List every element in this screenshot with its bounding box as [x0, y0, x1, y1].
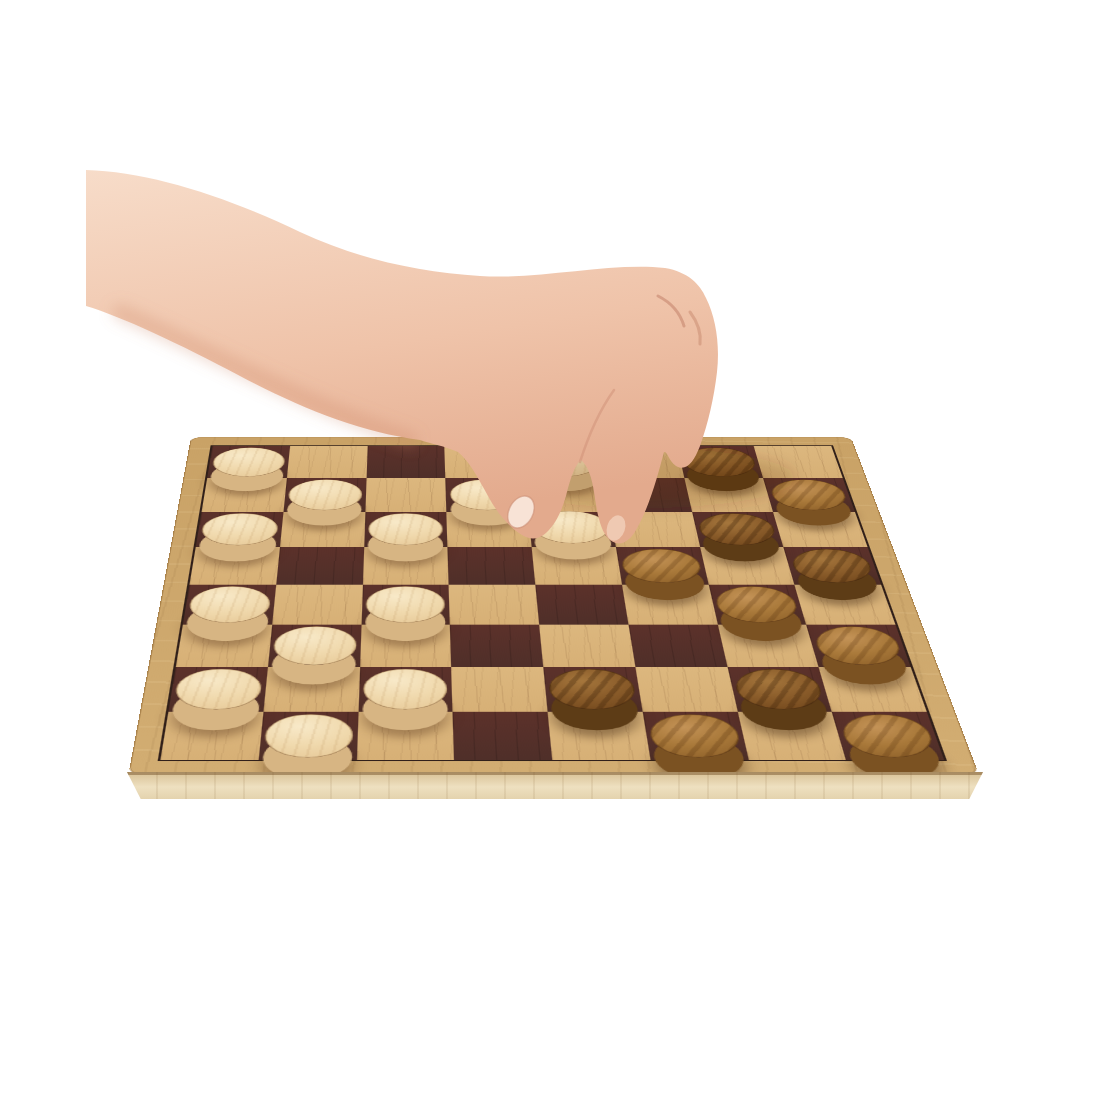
- light-checker-glyph: ⛀: [366, 587, 444, 622]
- light-piece-r8c2[interactable]: ⛀: [263, 714, 353, 758]
- light-piece-r1c1[interactable]: ⛀: [211, 448, 286, 477]
- square-r2c7[interactable]: [684, 478, 773, 512]
- square-r5c1[interactable]: ⛀: [183, 585, 276, 625]
- light-checker-glyph: ⛀: [273, 627, 355, 664]
- square-r2c4[interactable]: ⛀: [446, 478, 529, 512]
- dark-piece-r3c7[interactable]: ⛂: [696, 513, 779, 545]
- dark-checker-glyph: ⛂: [714, 587, 800, 622]
- dark-checker-glyph: ⛂: [839, 715, 938, 757]
- square-r3c7[interactable]: ⛂: [692, 512, 784, 547]
- square-r8c6[interactable]: ⛂: [642, 712, 748, 760]
- square-r1c7[interactable]: ⛂: [677, 446, 764, 478]
- dark-piece-r1c7[interactable]: ⛂: [681, 448, 760, 477]
- square-r1c4[interactable]: [445, 446, 525, 478]
- light-checker-glyph: ⛀: [189, 587, 271, 622]
- square-r6c3[interactable]: [360, 624, 452, 666]
- square-r3c6[interactable]: [610, 512, 700, 547]
- square-r4c6[interactable]: ⛂: [616, 547, 709, 585]
- square-r4c1[interactable]: [189, 547, 279, 585]
- knuckle-crease: [658, 296, 684, 326]
- light-piece-r2c2[interactable]: ⛀: [287, 480, 362, 510]
- square-r2c3[interactable]: [365, 478, 447, 512]
- dark-piece-r2c8[interactable]: ⛂: [767, 480, 850, 510]
- held-light-piece-r3c5[interactable]: ⛀: [532, 511, 611, 543]
- dark-checker-glyph: ⛂: [733, 669, 825, 709]
- dark-piece-r4c6[interactable]: ⛂: [620, 549, 704, 583]
- square-r2c2[interactable]: ⛀: [283, 478, 366, 512]
- square-r6c5[interactable]: [539, 624, 635, 666]
- square-r5c7[interactable]: ⛂: [708, 585, 806, 625]
- square-r8c1[interactable]: [160, 712, 263, 760]
- square-r2c1[interactable]: [202, 478, 287, 512]
- square-r6c6[interactable]: [628, 624, 727, 666]
- square-r8c2[interactable]: ⛀: [258, 712, 358, 760]
- square-r3c5[interactable]: ⛀: [528, 512, 615, 547]
- square-r1c3[interactable]: [366, 446, 445, 478]
- square-r7c8[interactable]: [819, 667, 927, 712]
- square-r3c1[interactable]: ⛀: [196, 512, 284, 547]
- light-checker-glyph: ⛀: [212, 448, 285, 476]
- forearm-shading: [120, 312, 410, 440]
- square-r4c5[interactable]: [532, 547, 622, 585]
- dark-piece-r6c8[interactable]: ⛂: [811, 626, 905, 664]
- square-r6c7[interactable]: [717, 624, 818, 666]
- board-front-edge: [127, 772, 983, 799]
- light-piece-r1c5[interactable]: ⛀: [526, 448, 601, 477]
- square-r7c7[interactable]: ⛂: [727, 667, 832, 712]
- square-r4c2[interactable]: [276, 547, 364, 585]
- square-r7c6[interactable]: [635, 667, 737, 712]
- light-piece-r3c3[interactable]: ⛀: [368, 513, 444, 545]
- square-r4c8[interactable]: ⛂: [784, 547, 881, 585]
- square-r4c4[interactable]: [448, 547, 536, 585]
- square-r6c2[interactable]: ⛀: [268, 624, 361, 666]
- square-r2c5[interactable]: [525, 478, 610, 512]
- square-r7c3[interactable]: ⛀: [358, 667, 453, 712]
- square-r2c6[interactable]: [604, 478, 691, 512]
- square-r3c3[interactable]: ⛀: [364, 512, 448, 547]
- square-r8c5[interactable]: [548, 712, 651, 760]
- square-r3c4[interactable]: [447, 512, 532, 547]
- light-piece-r7c1[interactable]: ⛀: [173, 669, 263, 710]
- square-r1c1[interactable]: ⛀: [207, 446, 290, 478]
- square-r6c1[interactable]: [176, 624, 272, 666]
- dark-piece-r7c5[interactable]: ⛂: [548, 669, 638, 710]
- square-r7c5[interactable]: ⛂: [543, 667, 642, 712]
- board-grid: ⛀⛀⛂⛀⛀⛂⛀⛀⛀⛂⛂⛂⛀⛀⛂⛀⛂⛀⛀⛂⛂⛀⛂⛂: [158, 445, 947, 761]
- dark-checker-glyph: ⛂: [682, 448, 758, 476]
- dark-piece-r8c8[interactable]: ⛂: [837, 714, 939, 758]
- light-piece-r7c3[interactable]: ⛀: [363, 669, 449, 710]
- square-r1c8[interactable]: [754, 446, 843, 478]
- light-piece-r6c2[interactable]: ⛀: [272, 626, 357, 664]
- square-r1c2[interactable]: [287, 446, 368, 478]
- square-r5c5[interactable]: [535, 585, 628, 625]
- dark-piece-r5c7[interactable]: ⛂: [713, 586, 802, 622]
- dark-piece-r4c8[interactable]: ⛂: [788, 549, 876, 583]
- square-r4c7[interactable]: [700, 547, 795, 585]
- square-r8c3[interactable]: [356, 712, 454, 760]
- square-r7c1[interactable]: ⛀: [168, 667, 267, 712]
- square-r6c8[interactable]: ⛂: [806, 624, 910, 666]
- dark-piece-r7c7[interactable]: ⛂: [732, 669, 827, 710]
- square-r5c4[interactable]: [449, 585, 539, 625]
- square-r7c2[interactable]: [263, 667, 359, 712]
- square-r3c2[interactable]: [280, 512, 365, 547]
- light-checker-glyph: ⛀: [265, 715, 353, 757]
- square-r1c5[interactable]: ⛀: [522, 446, 605, 478]
- square-r8c4[interactable]: [453, 712, 552, 760]
- light-piece-r5c3[interactable]: ⛀: [365, 586, 446, 622]
- light-piece-r5c1[interactable]: ⛀: [187, 586, 271, 622]
- square-r8c7[interactable]: [737, 712, 846, 760]
- square-r5c6[interactable]: [622, 585, 718, 625]
- dark-checker-glyph: ⛂: [697, 514, 778, 545]
- light-checker-glyph: ⛀: [533, 512, 610, 543]
- dark-checker-glyph: ⛂: [789, 549, 875, 582]
- dark-checker-glyph: ⛂: [812, 627, 904, 664]
- knuckle-crease-2: [690, 312, 700, 344]
- checkers-photo-scene: ⛀⛀⛂⛀⛀⛂⛀⛀⛀⛂⛂⛂⛀⛀⛂⛀⛂⛀⛀⛂⛂⛀⛂⛂: [0, 0, 1100, 1100]
- square-r6c4[interactable]: [450, 624, 543, 666]
- dark-checker-glyph: ⛂: [621, 549, 702, 582]
- checkers-board: ⛀⛀⛂⛀⛀⛂⛀⛀⛀⛂⛂⛂⛀⛀⛂⛀⛂⛀⛀⛂⛂⛀⛂⛂: [128, 437, 979, 775]
- square-r3c8[interactable]: [773, 512, 867, 547]
- square-r5c2[interactable]: [272, 585, 362, 625]
- square-r2c8[interactable]: ⛂: [763, 478, 855, 512]
- square-r1c6[interactable]: [599, 446, 684, 478]
- light-checker-glyph: ⛀: [369, 514, 443, 545]
- light-checker-glyph: ⛀: [288, 480, 361, 510]
- light-checker-glyph: ⛀: [527, 448, 600, 476]
- light-checker-glyph: ⛀: [450, 480, 523, 510]
- square-r4c3[interactable]: [362, 547, 448, 585]
- square-r5c3[interactable]: ⛀: [361, 585, 450, 625]
- dark-checker-glyph: ⛂: [769, 480, 850, 510]
- dark-checker-glyph: ⛂: [649, 715, 742, 757]
- dark-checker-glyph: ⛂: [549, 669, 636, 709]
- light-checker-glyph: ⛀: [175, 669, 262, 709]
- light-piece-r2c4[interactable]: ⛀: [449, 480, 524, 510]
- light-checker-glyph: ⛀: [201, 514, 278, 545]
- square-r5c8[interactable]: [795, 585, 896, 625]
- square-r8c8[interactable]: ⛂: [832, 712, 944, 760]
- light-checker-glyph: ⛀: [364, 669, 447, 709]
- light-piece-r3c1[interactable]: ⛀: [200, 513, 279, 545]
- dark-piece-r8c6[interactable]: ⛂: [647, 714, 743, 758]
- square-r7c4[interactable]: [451, 667, 547, 712]
